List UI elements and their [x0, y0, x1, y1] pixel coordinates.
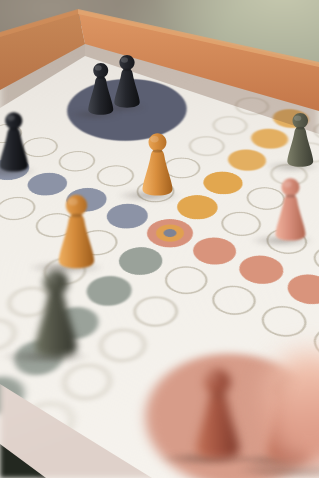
pawn-pink-east[interactable]: [274, 176, 307, 242]
pawn-green-southwest[interactable]: [33, 267, 79, 359]
pawn-figure-icon: [57, 192, 96, 270]
pawn-figure-icon: [194, 366, 242, 461]
pawn-figure-icon: [113, 53, 141, 109]
pawn-orange-west[interactable]: [57, 192, 96, 270]
pawn-terracotta-home-1[interactable]: [194, 366, 242, 461]
pawn-black-home-1[interactable]: [87, 61, 115, 116]
pawn-figure-icon: [274, 176, 307, 242]
pawn-figure-icon: [87, 61, 115, 116]
pawn-green-east[interactable]: [286, 111, 315, 168]
pawn-orange-center[interactable]: [141, 131, 174, 197]
pawn-figure-icon: [141, 131, 174, 197]
pawn-figure-icon: [0, 110, 30, 173]
pawn-figure-icon: [33, 267, 79, 359]
pawn-black-track[interactable]: [0, 110, 30, 173]
pawn-black-home-2[interactable]: [113, 53, 141, 109]
pawn-figure-icon: [286, 111, 315, 168]
photo-scene: [0, 0, 319, 478]
